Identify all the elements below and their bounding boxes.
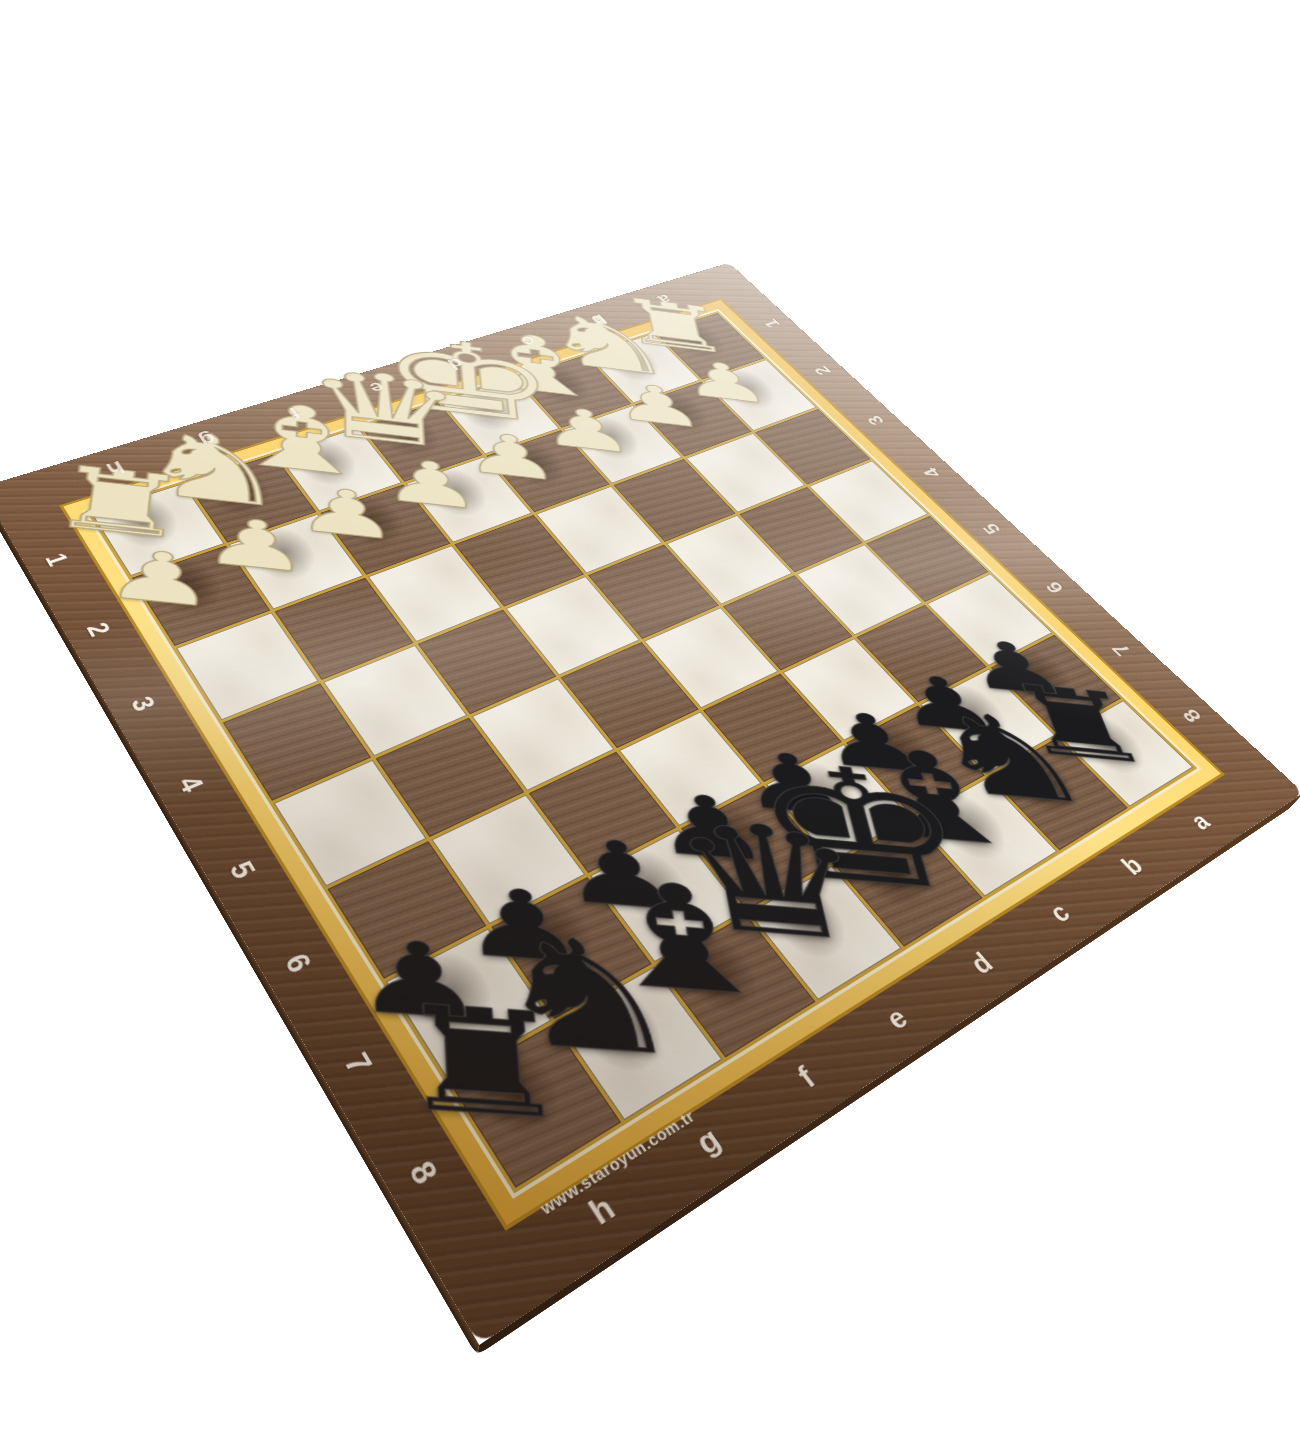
rank-label-6-far-edge: 6 bbox=[1029, 569, 1079, 605]
rank-label-5-far-edge: 5 bbox=[967, 512, 1016, 546]
rank-label-4-near-edge: 4 bbox=[160, 759, 223, 810]
rank-label-3-near-edge: 3 bbox=[113, 681, 174, 728]
board-face: ♜♟♟♜♞♟♟♞♝♟♟♝♚♟♟♚♛♟♟♛♝♟♟♝♞♟♟♞♜♟♟♜ 1122334… bbox=[0, 263, 1300, 1345]
file-label-e-near-edge: e bbox=[864, 988, 929, 1048]
rank-label-6-near-edge: 6 bbox=[264, 933, 332, 994]
chessboard: ♜♟♟♜♞♟♟♞♝♟♟♝♚♟♟♚♛♟♟♛♝♟♟♝♞♟♟♞♜♟♟♜ 1122334… bbox=[0, 263, 1300, 1345]
rank-label-7-near-edge: 7 bbox=[323, 1031, 394, 1097]
rank-label-5-near-edge: 5 bbox=[210, 842, 276, 898]
file-label-a-near-edge: a bbox=[1172, 798, 1229, 845]
rank-label-2-far-edge: 2 bbox=[800, 357, 845, 385]
rank-label-1-far-edge: 1 bbox=[750, 310, 794, 336]
product-photo-stage: ♜♟♟♜♞♟♟♞♝♟♟♝♚♟♟♚♛♟♟♛♝♟♟♝♞♟♟♞♜♟♟♜ 1122334… bbox=[0, 0, 1300, 1430]
rank-label-8-near-edge: 8 bbox=[387, 1136, 461, 1209]
rank-label-8-far-edge: 8 bbox=[1165, 695, 1218, 737]
file-label-c-near-edge: c bbox=[1029, 887, 1090, 940]
file-label-d-near-edge: d bbox=[950, 936, 1013, 992]
file-label-b-near-edge: b bbox=[1103, 841, 1162, 891]
rank-label-3-far-edge: 3 bbox=[853, 406, 899, 436]
file-label-f-near-edge: f bbox=[772, 1045, 840, 1109]
rank-label-2-near-edge: 2 bbox=[69, 608, 128, 651]
rank-label-4-far-edge: 4 bbox=[908, 457, 956, 489]
rank-label-7-far-edge: 7 bbox=[1095, 630, 1147, 669]
